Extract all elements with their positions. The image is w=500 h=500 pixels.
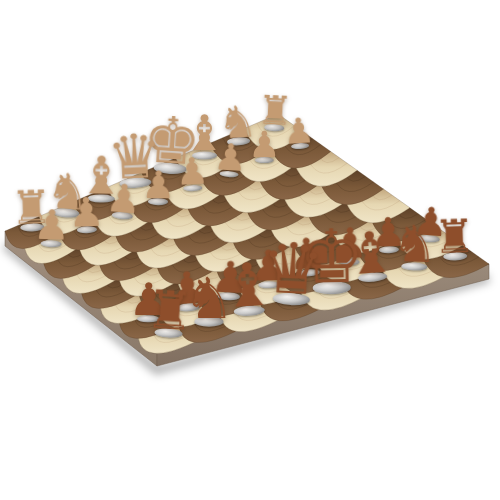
piece-white-pawn-c2: ♟ xyxy=(105,180,143,220)
piece-white-pawn-h2: ♟ xyxy=(282,114,315,150)
piece-black-rook-a8: ♜ xyxy=(144,285,195,339)
piece-white-rook-h1: ♜ xyxy=(256,91,294,131)
piece-white-queen-d1: ♛ xyxy=(105,128,162,190)
piece-black-pawn-h7: ♟ xyxy=(412,203,450,243)
piece-black-pawn-c7: ♟ xyxy=(210,257,250,300)
piece-black-rook-h8: ♜ xyxy=(433,215,476,261)
piece-silver-base xyxy=(264,123,285,131)
white-pawn-icon: ♟ xyxy=(141,168,176,203)
piece-black-knight-b8: ♞ xyxy=(183,272,234,327)
piece-white-rook-a1: ♜ xyxy=(10,186,53,232)
piece-silver-base xyxy=(76,225,97,232)
black-bishop-icon: ♝ xyxy=(220,256,277,314)
piece-silver-base xyxy=(154,328,182,339)
piece-black-knight-g8: ♞ xyxy=(391,221,438,272)
piece-black-bishop-f8: ♝ xyxy=(343,225,398,284)
piece-silver-base xyxy=(338,258,360,266)
piece-black-pawn-f7: ♟ xyxy=(331,224,369,265)
black-bishop-icon: ♝ xyxy=(343,225,398,281)
piece-silver-base xyxy=(401,262,428,271)
white-bishop-icon: ♝ xyxy=(183,112,227,157)
piece-silver-base xyxy=(148,198,168,205)
white-king-icon: ♚ xyxy=(142,110,203,172)
piece-black-pawn-d7: ♟ xyxy=(249,247,287,288)
piece-silver-base xyxy=(218,292,241,300)
piece-white-pawn-e2: ♟ xyxy=(175,154,210,191)
piece-silver-base xyxy=(54,208,80,218)
piece-silver-base xyxy=(194,317,224,327)
black-rook-icon: ♜ xyxy=(433,215,476,259)
piece-white-pawn-d2: ♟ xyxy=(141,168,176,205)
white-queen-icon: ♛ xyxy=(105,128,162,187)
piece-silver-base xyxy=(313,281,352,294)
piece-black-bishop-c8: ♝ xyxy=(220,256,277,317)
black-pawn-icon: ♟ xyxy=(210,257,250,298)
piece-silver-base xyxy=(20,223,44,232)
piece-black-queen-d8: ♛ xyxy=(260,235,326,306)
piece-silver-base xyxy=(443,252,467,261)
piece-silver-base xyxy=(137,315,160,323)
piece-silver-base xyxy=(177,303,200,312)
white-bishop-icon: ♝ xyxy=(78,152,125,201)
white-pawn-icon: ♟ xyxy=(212,140,247,176)
chess-product-photo: ♜♞♝♛♚♝♞♜♟♟♟♟♟♟♟♟♟♟♟♟♟♟♟♟♜♞♝♛♚♝♞♜ xyxy=(0,0,500,500)
black-rook-icon: ♜ xyxy=(144,285,194,337)
piece-white-king-e1: ♚ xyxy=(141,110,202,176)
piece-silver-base xyxy=(273,292,310,306)
black-pawn-icon: ♟ xyxy=(128,279,168,320)
piece-white-knight-b1: ♞ xyxy=(44,168,92,219)
black-queen-icon: ♛ xyxy=(260,235,326,302)
piece-white-pawn-a2: ♟ xyxy=(33,206,71,247)
piece-black-pawn-g7: ♟ xyxy=(370,214,407,254)
white-rook-icon: ♜ xyxy=(10,186,53,230)
piece-silver-base xyxy=(258,281,280,288)
piece-silver-base xyxy=(219,170,239,177)
black-pawn-icon: ♟ xyxy=(166,267,208,310)
white-pawn-icon: ♟ xyxy=(33,206,71,245)
piece-black-pawn-e7: ♟ xyxy=(287,234,328,278)
black-king-icon: ♚ xyxy=(298,221,365,290)
piece-silver-base xyxy=(154,162,188,175)
piece-silver-base xyxy=(234,305,266,317)
white-pawn-icon: ♟ xyxy=(282,114,315,148)
white-pawn-icon: ♟ xyxy=(248,128,280,161)
piece-silver-base xyxy=(298,268,320,277)
pieces-layer: ♜♞♝♛♚♝♞♜♟♟♟♟♟♟♟♟♟♟♟♟♟♟♟♟♜♞♝♛♚♝♞♜ xyxy=(0,0,500,500)
black-pawn-icon: ♟ xyxy=(287,234,328,275)
piece-silver-base xyxy=(358,272,388,284)
piece-silver-base xyxy=(379,246,400,253)
black-pawn-icon: ♟ xyxy=(331,224,369,263)
piece-silver-base xyxy=(255,157,274,163)
white-rook-icon: ♜ xyxy=(256,91,294,129)
piece-white-bishop-f1: ♝ xyxy=(183,112,227,160)
piece-white-bishop-c1: ♝ xyxy=(78,152,125,203)
piece-white-pawn-b2: ♟ xyxy=(68,193,105,233)
piece-silver-base xyxy=(290,143,309,150)
piece-black-king-e8: ♚ xyxy=(298,221,365,294)
piece-silver-base xyxy=(87,193,114,202)
piece-silver-base xyxy=(183,184,203,191)
piece-silver-base xyxy=(192,151,217,159)
piece-black-pawn-b7: ♟ xyxy=(166,267,208,312)
piece-silver-base xyxy=(41,239,63,247)
piece-silver-base xyxy=(112,211,133,219)
piece-white-knight-g1: ♞ xyxy=(217,101,259,146)
white-pawn-icon: ♟ xyxy=(105,180,143,219)
black-pawn-icon: ♟ xyxy=(249,247,287,286)
piece-white-pawn-g2: ♟ xyxy=(248,128,280,163)
piece-silver-base xyxy=(419,234,440,242)
white-knight-icon: ♞ xyxy=(217,101,259,144)
black-pawn-icon: ♟ xyxy=(370,214,407,252)
white-knight-icon: ♞ xyxy=(45,168,92,216)
black-knight-icon: ♞ xyxy=(391,221,438,269)
black-pawn-icon: ♟ xyxy=(412,203,450,242)
piece-silver-base xyxy=(119,177,151,189)
piece-silver-base xyxy=(227,137,250,146)
white-pawn-icon: ♟ xyxy=(68,193,105,231)
white-pawn-icon: ♟ xyxy=(175,154,210,190)
piece-black-pawn-a7: ♟ xyxy=(128,279,168,323)
piece-white-pawn-f2: ♟ xyxy=(212,140,247,178)
black-knight-icon: ♞ xyxy=(183,272,234,324)
